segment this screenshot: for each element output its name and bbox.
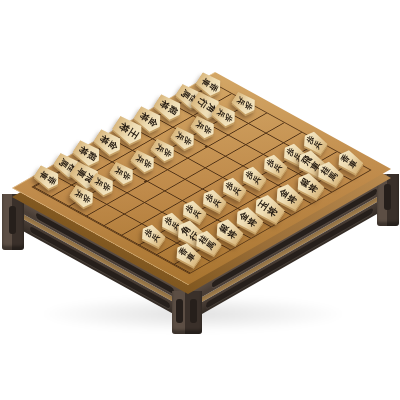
piece-kanji: 馬 xyxy=(327,170,339,182)
piece-face: 香車 xyxy=(31,161,64,194)
piece-kanji: 兵 xyxy=(154,142,165,153)
piece-kanji: 将 xyxy=(286,193,299,205)
stand-leg-front xyxy=(172,291,202,334)
piece-face: 香車 xyxy=(171,238,205,271)
piece-kanji: 将 xyxy=(307,182,320,194)
piece-kanji: 兵 xyxy=(231,186,242,197)
piece-kanji: 馬 xyxy=(206,240,218,252)
piece-kanji: 将 xyxy=(226,228,239,240)
piece-kanji: 兵 xyxy=(252,174,263,185)
shogi-piece-gote-pawn[interactable]: 歩兵 xyxy=(70,183,95,210)
piece-kanji: 兵 xyxy=(211,197,222,208)
shogi-set: 香車桂馬銀将金将王将金将銀将桂馬香車飛車角行歩兵歩兵歩兵歩兵歩兵歩兵歩兵歩兵歩兵… xyxy=(0,0,400,400)
piece-kanji: 兵 xyxy=(215,108,226,119)
piece-kanji: 兵 xyxy=(312,139,323,150)
stand-leg-front-slot-1 xyxy=(176,299,183,323)
stand-leg-right-slot xyxy=(384,184,391,210)
piece-face: 歩兵 xyxy=(66,181,98,212)
piece-kanji: 車 xyxy=(74,166,87,179)
shogi-piece-sente-lance[interactable]: 香車 xyxy=(175,241,200,268)
piece-kanji: 車 xyxy=(38,169,50,180)
stand-leg-front-slot-2 xyxy=(190,299,197,323)
stand-leg-left xyxy=(2,194,24,250)
piece-kanji: 兵 xyxy=(150,232,161,243)
stand-leg-left-slot xyxy=(9,206,16,234)
piece-kanji: 車 xyxy=(347,159,359,170)
shogi-piece-gote-lance[interactable]: 香車 xyxy=(35,164,60,191)
piece-kanji: 車 xyxy=(185,251,197,262)
piece-kanji: 兵 xyxy=(191,209,202,220)
piece-kanji: 兵 xyxy=(272,163,283,174)
piece-face: 歩兵 xyxy=(137,219,169,251)
piece-kanji: 将 xyxy=(246,216,259,228)
shogi-piece-sente-pawn[interactable]: 歩兵 xyxy=(140,222,165,249)
piece-kanji: 将 xyxy=(266,204,280,218)
